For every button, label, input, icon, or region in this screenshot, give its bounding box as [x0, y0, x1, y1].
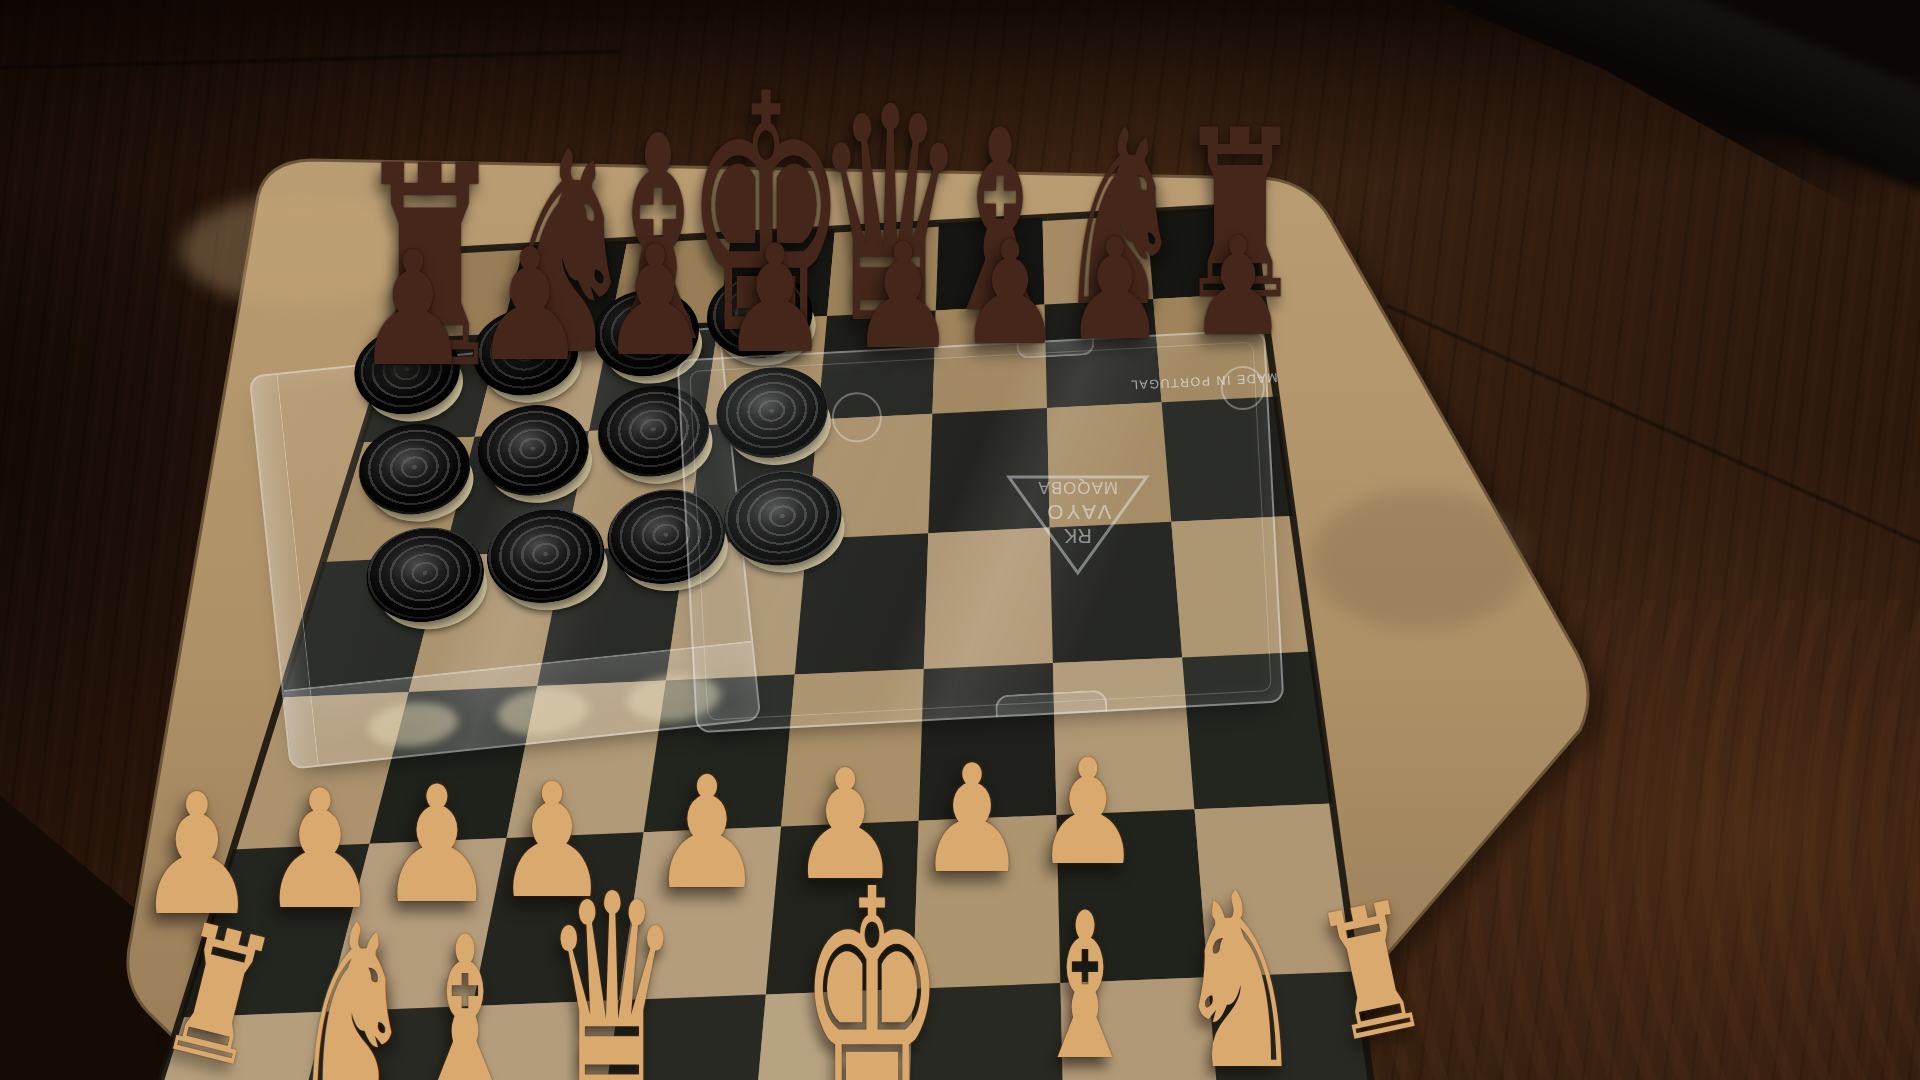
dark-pawn-piece: ♟ — [1188, 219, 1288, 355]
brand-monogram: RK — [1063, 525, 1091, 547]
photo-scene: RK VAYO MAQOBA MADE IN PORTUGAL ♜♞♝♚♛♝♞♜… — [0, 0, 1920, 1080]
dark-pawn-piece: ♟ — [957, 222, 1062, 365]
dark-pawn-piece: ♟ — [473, 228, 587, 383]
dark-pawn-piece: ♟ — [599, 226, 711, 378]
light-knight-piece: ♞ — [1175, 861, 1305, 1080]
light-knight-piece: ♞ — [290, 895, 413, 1080]
light-bishop-piece: ♝ — [1032, 886, 1137, 1080]
light-pawn-piece: ♟ — [1034, 739, 1141, 885]
brand-name-top: VAYO — [1044, 501, 1111, 524]
dark-pawn-piece: ♟ — [849, 223, 956, 369]
dark-pawn-piece: ♟ — [720, 225, 830, 374]
cardboard-stain — [1310, 490, 1530, 630]
light-bishop-piece: ♝ — [412, 910, 517, 1080]
light-king-piece: ♚ — [798, 851, 945, 1080]
brand-logo-triangle: RK VAYO MAQOBA — [1003, 469, 1153, 579]
brand-name-bottom: MAQOBA — [1037, 478, 1118, 497]
dark-pawn-piece: ♟ — [1064, 220, 1167, 360]
light-queen-piece: ♛ — [544, 860, 681, 1080]
dark-pawn-piece: ♟ — [355, 230, 471, 388]
